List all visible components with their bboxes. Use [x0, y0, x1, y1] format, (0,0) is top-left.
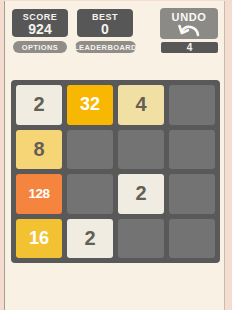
leaderboard-button[interactable]: LEADERBOARD	[75, 41, 136, 53]
tile-8: 8	[16, 130, 62, 170]
tile-2: 2	[67, 219, 113, 259]
game-screen: SCORE 924 BEST 0 OPTIONS LEADERBOARD UND…	[4, 1, 225, 310]
board-grid[interactable]: 232481282162	[11, 80, 220, 263]
score-value: 924	[12, 22, 68, 37]
app-root: { "game": "2048", "position": "2,32,4,0/…	[0, 0, 232, 310]
empty-cell	[67, 174, 113, 214]
empty-cell	[118, 130, 164, 170]
options-button[interactable]: OPTIONS	[13, 41, 67, 53]
tile-16: 16	[16, 219, 62, 259]
empty-cell	[67, 130, 113, 170]
best-value: 0	[77, 22, 133, 37]
undo-arrow-icon	[177, 23, 201, 37]
undo-count-value: 4	[187, 42, 193, 53]
tile-4: 4	[118, 85, 164, 125]
empty-cell	[169, 85, 215, 125]
undo-count-box: 4	[161, 42, 218, 53]
tile-2: 2	[118, 174, 164, 214]
empty-cell	[118, 219, 164, 259]
tile-32: 32	[67, 85, 113, 125]
empty-cell	[169, 174, 215, 214]
leaderboard-label: LEADERBOARD	[74, 43, 137, 52]
tile-2: 2	[16, 85, 62, 125]
options-label: OPTIONS	[22, 43, 59, 52]
tile-128: 128	[16, 174, 62, 214]
undo-label: UNDO	[172, 11, 207, 23]
undo-button[interactable]: UNDO	[160, 8, 218, 39]
best-box: BEST 0	[77, 9, 133, 37]
empty-cell	[169, 219, 215, 259]
score-box: SCORE 924	[12, 9, 68, 37]
empty-cell	[169, 130, 215, 170]
